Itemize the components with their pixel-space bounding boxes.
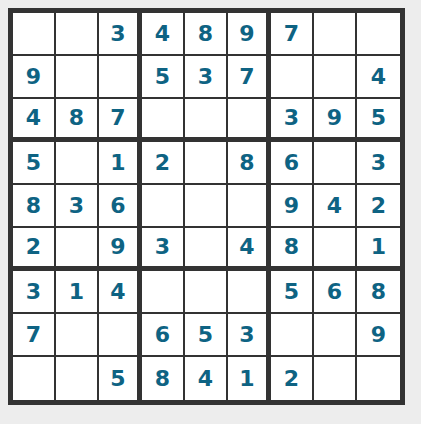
given-digit: 4 — [239, 236, 254, 258]
given-digit: 8 — [371, 281, 386, 303]
cell-r7c7[interactable]: 5 — [271, 271, 314, 314]
cell-r3c7[interactable]: 3 — [271, 99, 314, 142]
cell-r9c2[interactable] — [56, 357, 99, 400]
given-digit: 5 — [155, 66, 170, 88]
cell-r8c9[interactable]: 9 — [357, 314, 400, 357]
cell-r1c7[interactable]: 7 — [271, 13, 314, 56]
sudoku-board: 3489795374487395512863836942293481314568… — [8, 8, 405, 405]
page-background: 3489795374487395512863836942293481314568… — [0, 0, 421, 424]
cell-r5c9[interactable]: 2 — [357, 185, 400, 228]
cell-r3c2[interactable]: 8 — [56, 99, 99, 142]
cell-r6c6[interactable]: 4 — [228, 228, 271, 271]
given-digit: 8 — [198, 23, 213, 45]
given-digit: 2 — [284, 368, 299, 390]
given-digit: 7 — [239, 66, 254, 88]
cell-r2c5[interactable]: 3 — [185, 56, 228, 99]
cell-r6c4[interactable]: 3 — [142, 228, 185, 271]
cell-r9c7[interactable]: 2 — [271, 357, 314, 400]
cell-r6c8[interactable] — [314, 228, 357, 271]
cell-r2c1[interactable]: 9 — [13, 56, 56, 99]
cell-r1c9[interactable] — [357, 13, 400, 56]
given-digit: 3 — [284, 107, 299, 129]
cell-r1c4[interactable]: 4 — [142, 13, 185, 56]
given-digit: 2 — [26, 236, 41, 258]
cell-r4c3[interactable]: 1 — [99, 142, 142, 185]
given-digit: 3 — [110, 23, 125, 45]
cell-r1c5[interactable]: 8 — [185, 13, 228, 56]
cell-r2c4[interactable]: 5 — [142, 56, 185, 99]
cell-r5c6[interactable] — [228, 185, 271, 228]
cell-r2c7[interactable] — [271, 56, 314, 99]
cell-r1c1[interactable] — [13, 13, 56, 56]
given-digit: 6 — [110, 195, 125, 217]
given-digit: 3 — [371, 152, 386, 174]
cell-r3c4[interactable] — [142, 99, 185, 142]
given-digit: 9 — [284, 195, 299, 217]
given-digit: 1 — [69, 281, 84, 303]
given-digit: 3 — [26, 281, 41, 303]
given-digit: 8 — [69, 107, 84, 129]
given-digit: 3 — [239, 324, 254, 346]
cell-r4c4[interactable]: 2 — [142, 142, 185, 185]
given-digit: 9 — [110, 236, 125, 258]
cell-r9c3[interactable]: 5 — [99, 357, 142, 400]
given-digit: 1 — [371, 236, 386, 258]
given-digit: 2 — [371, 195, 386, 217]
given-digit: 5 — [110, 368, 125, 390]
cell-r1c3[interactable]: 3 — [99, 13, 142, 56]
cell-r8c5[interactable]: 5 — [185, 314, 228, 357]
cell-r8c2[interactable] — [56, 314, 99, 357]
cell-r6c5[interactable] — [185, 228, 228, 271]
given-digit: 2 — [155, 152, 170, 174]
cell-r6c3[interactable]: 9 — [99, 228, 142, 271]
cell-r7c6[interactable] — [228, 271, 271, 314]
given-digit: 7 — [284, 23, 299, 45]
cell-r8c4[interactable]: 6 — [142, 314, 185, 357]
cell-r7c3[interactable]: 4 — [99, 271, 142, 314]
cell-r7c9[interactable]: 8 — [357, 271, 400, 314]
given-digit: 6 — [284, 152, 299, 174]
cell-r6c2[interactable] — [56, 228, 99, 271]
given-digit: 9 — [239, 23, 254, 45]
given-digit: 6 — [327, 281, 342, 303]
cell-r9c8[interactable] — [314, 357, 357, 400]
cell-r2c3[interactable] — [99, 56, 142, 99]
given-digit: 5 — [198, 324, 213, 346]
cell-r8c7[interactable] — [271, 314, 314, 357]
cell-r9c6[interactable]: 1 — [228, 357, 271, 400]
cell-r3c1[interactable]: 4 — [13, 99, 56, 142]
cell-r7c4[interactable] — [142, 271, 185, 314]
given-digit: 1 — [239, 368, 254, 390]
given-digit: 4 — [198, 368, 213, 390]
given-digit: 5 — [371, 107, 386, 129]
cell-r9c9[interactable] — [357, 357, 400, 400]
cell-r1c6[interactable]: 9 — [228, 13, 271, 56]
given-digit: 8 — [284, 236, 299, 258]
given-digit: 9 — [371, 324, 386, 346]
cell-r9c4[interactable]: 8 — [142, 357, 185, 400]
given-digit: 8 — [26, 195, 41, 217]
cell-r6c9[interactable]: 1 — [357, 228, 400, 271]
cell-r2c9[interactable]: 4 — [357, 56, 400, 99]
given-digit: 1 — [110, 152, 125, 174]
cell-r5c8[interactable]: 4 — [314, 185, 357, 228]
given-digit: 8 — [155, 368, 170, 390]
given-digit: 6 — [155, 324, 170, 346]
given-digit: 8 — [239, 152, 254, 174]
given-digit: 4 — [155, 23, 170, 45]
cell-r3c6[interactable] — [228, 99, 271, 142]
cell-r5c5[interactable] — [185, 185, 228, 228]
cell-r1c2[interactable] — [56, 13, 99, 56]
cell-r2c2[interactable] — [56, 56, 99, 99]
given-digit: 7 — [26, 324, 41, 346]
cell-r2c8[interactable] — [314, 56, 357, 99]
cell-r8c3[interactable] — [99, 314, 142, 357]
given-digit: 3 — [198, 66, 213, 88]
cell-r8c8[interactable] — [314, 314, 357, 357]
given-digit: 7 — [110, 107, 125, 129]
cell-r5c3[interactable]: 6 — [99, 185, 142, 228]
given-digit: 5 — [284, 281, 299, 303]
cell-r4c6[interactable]: 8 — [228, 142, 271, 185]
given-digit: 4 — [371, 66, 386, 88]
given-digit: 5 — [26, 152, 41, 174]
cell-r7c2[interactable]: 1 — [56, 271, 99, 314]
cell-r3c3[interactable]: 7 — [99, 99, 142, 142]
cell-r4c9[interactable]: 3 — [357, 142, 400, 185]
cell-r4c1[interactable]: 5 — [13, 142, 56, 185]
given-digit: 9 — [26, 66, 41, 88]
cell-r4c7[interactable]: 6 — [271, 142, 314, 185]
cell-r4c5[interactable] — [185, 142, 228, 185]
cell-r5c2[interactable]: 3 — [56, 185, 99, 228]
cell-r5c4[interactable] — [142, 185, 185, 228]
cell-r5c1[interactable]: 8 — [13, 185, 56, 228]
cell-r4c8[interactable] — [314, 142, 357, 185]
cell-r3c9[interactable]: 5 — [357, 99, 400, 142]
cell-r7c8[interactable]: 6 — [314, 271, 357, 314]
given-digit: 4 — [327, 195, 342, 217]
given-digit: 3 — [69, 195, 84, 217]
cell-r6c7[interactable]: 8 — [271, 228, 314, 271]
cell-r1c8[interactable] — [314, 13, 357, 56]
given-digit: 4 — [110, 281, 125, 303]
cell-r9c1[interactable] — [13, 357, 56, 400]
cell-r3c8[interactable]: 9 — [314, 99, 357, 142]
cell-r6c1[interactable]: 2 — [13, 228, 56, 271]
cell-r2c6[interactable]: 7 — [228, 56, 271, 99]
cell-r3c5[interactable] — [185, 99, 228, 142]
cell-r9c5[interactable]: 4 — [185, 357, 228, 400]
given-digit: 9 — [327, 107, 342, 129]
given-digit: 4 — [26, 107, 41, 129]
cell-r5c7[interactable]: 9 — [271, 185, 314, 228]
cell-r7c1[interactable]: 3 — [13, 271, 56, 314]
given-digit: 3 — [155, 236, 170, 258]
cell-r7c5[interactable] — [185, 271, 228, 314]
cell-r8c1[interactable]: 7 — [13, 314, 56, 357]
cell-r8c6[interactable]: 3 — [228, 314, 271, 357]
cell-r4c2[interactable] — [56, 142, 99, 185]
